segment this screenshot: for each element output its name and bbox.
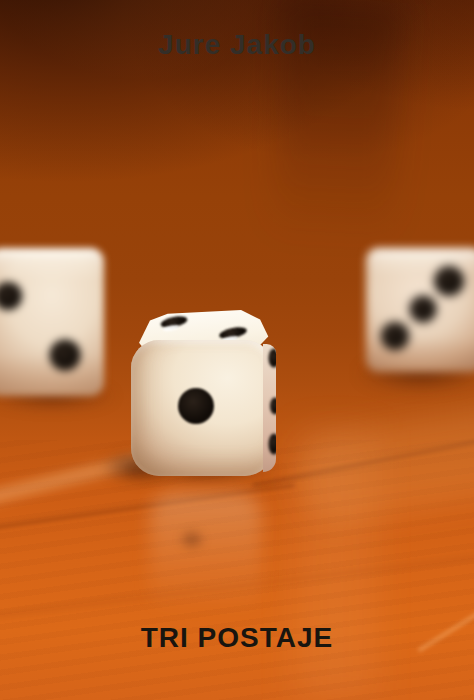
pip-reflection [178, 528, 206, 551]
die-shading [0, 248, 104, 396]
center-die-reflection [150, 492, 262, 614]
die-pip [50, 340, 81, 371]
die-pip [178, 388, 214, 424]
die-pip [269, 349, 277, 368]
center-die-side-face [263, 344, 276, 472]
left-die [0, 248, 104, 396]
die-pip [381, 322, 409, 350]
die-pip [410, 296, 437, 323]
book-title: TRI POSTAJE [0, 622, 474, 654]
die-pip [434, 266, 464, 296]
center-die [131, 310, 277, 476]
die-pip [270, 398, 276, 415]
right-die [366, 248, 474, 372]
author-name: Jure Jakob [0, 29, 474, 61]
center-die-front-face [131, 340, 273, 476]
book-cover-photo: Jure Jakob TRI POSTAJE [0, 0, 474, 700]
die-pip [269, 434, 277, 455]
